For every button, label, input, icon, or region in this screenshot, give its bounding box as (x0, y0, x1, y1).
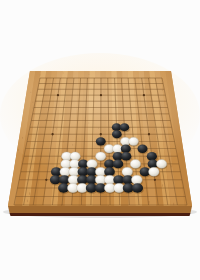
stone-black[interactable] (112, 130, 122, 138)
bamboo-fleck (27, 200, 28, 202)
bamboo-fleck (162, 184, 163, 186)
star-point (45, 179, 47, 181)
stone-white[interactable] (156, 160, 166, 169)
stone-black[interactable] (147, 152, 157, 161)
star-point (100, 133, 102, 135)
bamboo-fleck (29, 192, 30, 194)
stone-white[interactable] (122, 167, 133, 176)
bamboo-fleck (149, 201, 150, 203)
star-point (100, 94, 102, 96)
stone-black[interactable] (121, 144, 131, 152)
stone-black[interactable] (120, 123, 129, 131)
stone-black[interactable] (121, 152, 131, 161)
star-point (148, 133, 150, 135)
stone-white[interactable] (70, 152, 80, 161)
bamboo-fleck (171, 165, 172, 167)
board-photo (0, 0, 200, 280)
stone-white[interactable] (87, 160, 97, 169)
star-point (143, 94, 145, 96)
board-base-shadow (10, 213, 191, 216)
stone-white[interactable] (149, 167, 160, 176)
stone-black[interactable] (96, 137, 106, 145)
board-front-edge (8, 206, 192, 213)
stone-black[interactable] (132, 183, 143, 192)
stone-white[interactable] (130, 160, 140, 169)
star-point (51, 133, 53, 135)
stone-black[interactable] (137, 144, 147, 152)
stone-white[interactable] (96, 152, 106, 161)
go-board[interactable] (0, 0, 200, 280)
stone-white[interactable] (131, 175, 142, 184)
stone-black[interactable] (104, 167, 115, 176)
stone-white[interactable] (129, 137, 139, 145)
star-point (154, 179, 156, 181)
star-point (57, 94, 59, 96)
stone-black[interactable] (113, 160, 123, 169)
